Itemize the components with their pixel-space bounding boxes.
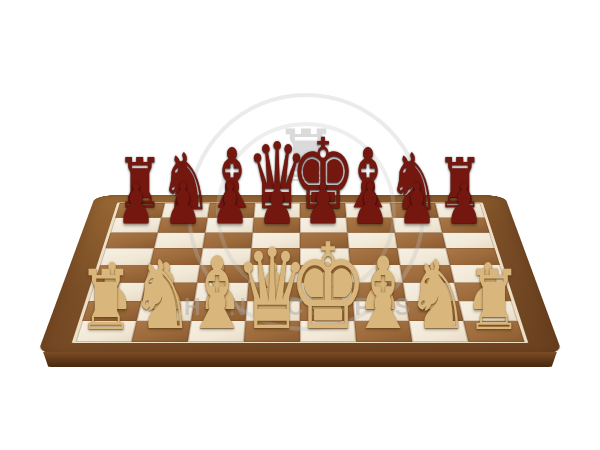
square-e2	[300, 301, 354, 321]
square-a2	[82, 301, 141, 321]
square-a8	[115, 203, 165, 217]
square-b7	[158, 218, 208, 233]
square-a4	[94, 265, 150, 283]
board-inner-frame	[72, 203, 529, 344]
square-c6	[203, 233, 253, 249]
square-e4	[300, 265, 351, 283]
board-front-edge	[40, 352, 560, 367]
square-d1	[244, 321, 300, 342]
square-h3	[454, 283, 511, 302]
square-a1	[75, 321, 136, 342]
square-b6	[154, 233, 205, 249]
square-e1	[300, 321, 356, 342]
square-b4	[146, 265, 200, 283]
square-g4	[400, 265, 454, 283]
square-g5	[397, 248, 450, 265]
square-e8	[300, 203, 346, 217]
square-g8	[390, 203, 438, 217]
square-h4	[450, 265, 506, 283]
square-a5	[100, 248, 154, 265]
square-b8	[161, 203, 209, 217]
square-f4	[350, 265, 403, 283]
square-h6	[442, 233, 494, 249]
square-b5	[150, 248, 203, 265]
square-c7	[205, 218, 254, 233]
square-e5	[300, 248, 350, 265]
square-f8	[345, 203, 392, 217]
square-h5	[446, 248, 500, 265]
square-d8	[254, 203, 300, 217]
square-c3	[194, 283, 248, 302]
square-f7	[346, 218, 395, 233]
square-f6	[347, 233, 397, 249]
square-d4	[249, 265, 300, 283]
square-f2	[353, 301, 409, 321]
square-g2	[406, 301, 464, 321]
square-g6	[395, 233, 446, 249]
square-c8	[208, 203, 255, 217]
square-e3	[300, 283, 353, 302]
board-grid	[75, 203, 524, 341]
square-b2	[137, 301, 195, 321]
square-c5	[200, 248, 251, 265]
square-d7	[253, 218, 300, 233]
square-h1	[463, 321, 524, 342]
square-a7	[110, 218, 161, 233]
square-g7	[392, 218, 442, 233]
square-c2	[191, 301, 247, 321]
watermark-rook-icon: ♜	[269, 120, 343, 192]
square-d6	[251, 233, 300, 249]
chess-set-product-photo: ♜♞♝♛♚♝♞♜♟♟♟♟♟♟♟♟♟♟♟♟♟♟♟♟♜♞♝♛♚♝♞♜ ♜ HANDI…	[0, 0, 600, 450]
square-h2	[459, 301, 518, 321]
square-b3	[141, 283, 197, 302]
square-f5	[349, 248, 400, 265]
square-b1	[132, 321, 191, 342]
square-c1	[188, 321, 246, 342]
square-f1	[354, 321, 412, 342]
square-g1	[409, 321, 468, 342]
square-d3	[247, 283, 300, 302]
square-c4	[197, 265, 250, 283]
square-e6	[300, 233, 349, 249]
chess-board	[37, 195, 563, 355]
square-f3	[351, 283, 405, 302]
square-h7	[439, 218, 490, 233]
square-e7	[300, 218, 347, 233]
square-g3	[403, 283, 459, 302]
square-a6	[105, 233, 157, 249]
square-a3	[88, 283, 145, 302]
square-d2	[246, 301, 300, 321]
square-d5	[250, 248, 300, 265]
square-h8	[435, 203, 485, 217]
